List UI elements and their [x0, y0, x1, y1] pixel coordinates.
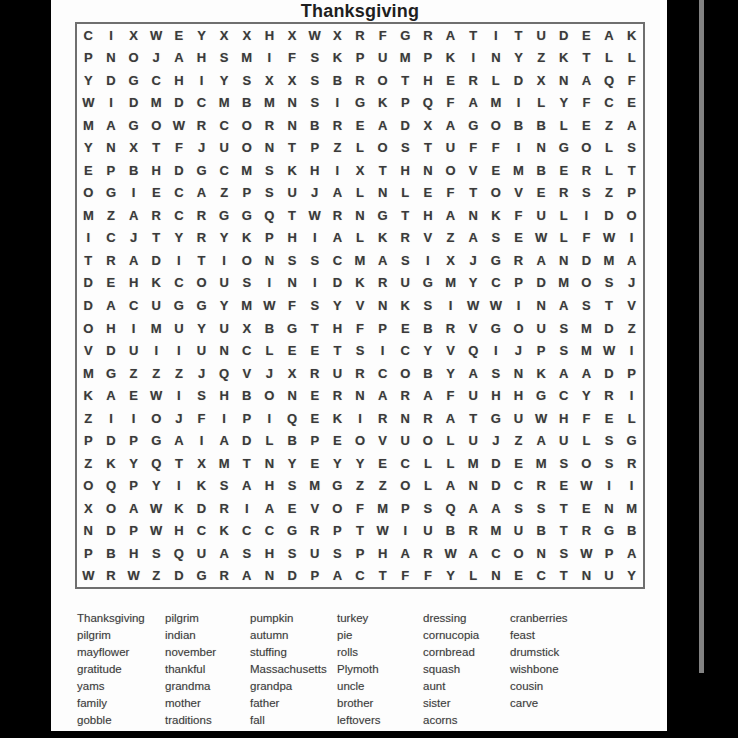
grid-cell-r1c1[interactable]: C: [77, 24, 100, 47]
grid-cell-r11c12[interactable]: C: [326, 249, 349, 272]
grid-cell-r15c21[interactable]: P: [530, 339, 553, 362]
grid-cell-r12c20[interactable]: P: [507, 272, 530, 295]
grid-cell-r25c12[interactable]: A: [326, 564, 349, 587]
grid-cell-r23c11[interactable]: R: [303, 519, 326, 542]
grid-cell-r6c22[interactable]: G: [552, 137, 575, 160]
grid-cell-r25c10[interactable]: D: [281, 564, 304, 587]
grid-cell-r13c12[interactable]: Y: [326, 294, 349, 317]
grid-cell-r21c19[interactable]: D: [485, 474, 508, 497]
grid-cell-r12c1[interactable]: D: [77, 272, 100, 295]
grid-cell-r13c25[interactable]: V: [620, 294, 643, 317]
grid-cell-r8c25[interactable]: P: [620, 182, 643, 205]
grid-cell-r7c24[interactable]: L: [598, 159, 621, 182]
grid-cell-r11c9[interactable]: N: [258, 249, 281, 272]
grid-cell-r25c11[interactable]: P: [303, 564, 326, 587]
grid-cell-r21c10[interactable]: S: [281, 474, 304, 497]
grid-cell-r25c24[interactable]: U: [598, 564, 621, 587]
grid-cell-r3c4[interactable]: C: [145, 69, 168, 92]
grid-cell-r22c1[interactable]: X: [77, 497, 100, 520]
grid-cell-r3c12[interactable]: B: [326, 69, 349, 92]
grid-cell-r18c11[interactable]: E: [303, 407, 326, 430]
grid-cell-r20c17[interactable]: L: [439, 452, 462, 475]
grid-cell-r21c18[interactable]: N: [462, 474, 485, 497]
grid-cell-r7c17[interactable]: O: [439, 159, 462, 182]
grid-cell-r11c24[interactable]: M: [598, 249, 621, 272]
grid-cell-r16c4[interactable]: Z: [145, 362, 168, 385]
grid-cell-r5c2[interactable]: A: [100, 114, 123, 137]
grid-cell-r2c7[interactable]: S: [213, 47, 236, 70]
grid-cell-r18c9[interactable]: I: [258, 407, 281, 430]
grid-cell-r19c25[interactable]: G: [620, 429, 643, 452]
grid-cell-r1c24[interactable]: A: [598, 24, 621, 47]
grid-cell-r4c15[interactable]: P: [394, 92, 417, 115]
grid-cell-r24c13[interactable]: P: [349, 542, 372, 565]
grid-cell-r19c18[interactable]: U: [462, 429, 485, 452]
grid-cell-r4c22[interactable]: Y: [552, 92, 575, 115]
grid-cell-r13c13[interactable]: V: [349, 294, 372, 317]
grid-cell-r1c23[interactable]: E: [575, 24, 598, 47]
grid-cell-r6c14[interactable]: O: [371, 137, 394, 160]
grid-cell-r14c23[interactable]: M: [575, 317, 598, 340]
grid-cell-r4c23[interactable]: F: [575, 92, 598, 115]
grid-cell-r23c25[interactable]: B: [620, 519, 643, 542]
grid-cell-r3c20[interactable]: D: [507, 69, 530, 92]
grid-cell-r11c21[interactable]: A: [530, 249, 553, 272]
grid-cell-r15c15[interactable]: C: [394, 339, 417, 362]
grid-cell-r16c10[interactable]: X: [281, 362, 304, 385]
grid-cell-r15c19[interactable]: I: [485, 339, 508, 362]
grid-cell-r19c5[interactable]: A: [168, 429, 191, 452]
grid-cell-r20c7[interactable]: M: [213, 452, 236, 475]
grid-cell-r2c1[interactable]: P: [77, 47, 100, 70]
grid-cell-r17c2[interactable]: A: [100, 384, 123, 407]
grid-cell-r4c11[interactable]: S: [303, 92, 326, 115]
grid-cell-r19c4[interactable]: G: [145, 429, 168, 452]
grid-cell-r10c2[interactable]: C: [100, 227, 123, 250]
grid-cell-r2c14[interactable]: U: [371, 47, 394, 70]
grid-cell-r17c24[interactable]: R: [598, 384, 621, 407]
grid-cell-r24c17[interactable]: W: [439, 542, 462, 565]
grid-cell-r1c5[interactable]: E: [168, 24, 191, 47]
grid-cell-r7c9[interactable]: S: [258, 159, 281, 182]
grid-cell-r9c7[interactable]: G: [213, 204, 236, 227]
grid-cell-r23c12[interactable]: P: [326, 519, 349, 542]
grid-cell-r6c4[interactable]: T: [145, 137, 168, 160]
grid-cell-r19c9[interactable]: L: [258, 429, 281, 452]
grid-cell-r22c16[interactable]: S: [417, 497, 440, 520]
grid-cell-r23c15[interactable]: I: [394, 519, 417, 542]
grid-cell-r15c4[interactable]: I: [145, 339, 168, 362]
grid-cell-r17c8[interactable]: B: [235, 384, 258, 407]
grid-cell-r21c5[interactable]: I: [168, 474, 191, 497]
grid-cell-r21c25[interactable]: I: [620, 474, 643, 497]
grid-cell-r17c20[interactable]: H: [507, 384, 530, 407]
grid-cell-r24c23[interactable]: W: [575, 542, 598, 565]
grid-cell-r11c22[interactable]: N: [552, 249, 575, 272]
grid-cell-r23c22[interactable]: T: [552, 519, 575, 542]
grid-cell-r18c4[interactable]: O: [145, 407, 168, 430]
grid-cell-r18c7[interactable]: I: [213, 407, 236, 430]
grid-cell-r3c25[interactable]: F: [620, 69, 643, 92]
grid-cell-r1c13[interactable]: R: [349, 24, 372, 47]
grid-cell-r16c20[interactable]: N: [507, 362, 530, 385]
grid-cell-r24c3[interactable]: H: [122, 542, 145, 565]
grid-cell-r15c7[interactable]: N: [213, 339, 236, 362]
grid-cell-r21c21[interactable]: R: [530, 474, 553, 497]
grid-cell-r25c9[interactable]: N: [258, 564, 281, 587]
grid-cell-r10c1[interactable]: I: [77, 227, 100, 250]
grid-cell-r6c25[interactable]: S: [620, 137, 643, 160]
grid-cell-r1c12[interactable]: X: [326, 24, 349, 47]
grid-cell-r11c3[interactable]: A: [122, 249, 145, 272]
grid-cell-r12c8[interactable]: S: [235, 272, 258, 295]
grid-cell-r18c15[interactable]: N: [394, 407, 417, 430]
grid-cell-r10c18[interactable]: A: [462, 227, 485, 250]
grid-cell-r4c25[interactable]: E: [620, 92, 643, 115]
grid-cell-r19c2[interactable]: D: [100, 429, 123, 452]
grid-cell-r16c2[interactable]: G: [100, 362, 123, 385]
grid-cell-r7c19[interactable]: E: [485, 159, 508, 182]
grid-cell-r22c7[interactable]: R: [213, 497, 236, 520]
grid-cell-r13c3[interactable]: C: [122, 294, 145, 317]
grid-cell-r10c25[interactable]: I: [620, 227, 643, 250]
grid-cell-r13c21[interactable]: N: [530, 294, 553, 317]
grid-cell-r4c6[interactable]: C: [190, 92, 213, 115]
grid-cell-r22c10[interactable]: E: [281, 497, 304, 520]
grid-cell-r9c19[interactable]: K: [485, 204, 508, 227]
scrollbar-thumb[interactable]: [699, 0, 704, 673]
grid-cell-r3c10[interactable]: X: [281, 69, 304, 92]
grid-cell-r5c10[interactable]: N: [281, 114, 304, 137]
grid-cell-r23c21[interactable]: B: [530, 519, 553, 542]
grid-cell-r3c1[interactable]: Y: [77, 69, 100, 92]
grid-cell-r9c21[interactable]: U: [530, 204, 553, 227]
grid-cell-r11c2[interactable]: R: [100, 249, 123, 272]
grid-cell-r21c24[interactable]: I: [598, 474, 621, 497]
grid-cell-r20c24[interactable]: S: [598, 452, 621, 475]
grid-cell-r25c17[interactable]: Y: [439, 564, 462, 587]
grid-cell-r10c5[interactable]: Y: [168, 227, 191, 250]
grid-cell-r7c18[interactable]: V: [462, 159, 485, 182]
grid-cell-r25c15[interactable]: F: [394, 564, 417, 587]
grid-cell-r1c8[interactable]: X: [235, 24, 258, 47]
grid-cell-r13c24[interactable]: T: [598, 294, 621, 317]
grid-cell-r24c16[interactable]: R: [417, 542, 440, 565]
grid-cell-r3c18[interactable]: R: [462, 69, 485, 92]
grid-cell-r18c13[interactable]: I: [349, 407, 372, 430]
grid-cell-r6c10[interactable]: T: [281, 137, 304, 160]
grid-cell-r19c13[interactable]: O: [349, 429, 372, 452]
grid-cell-r15c8[interactable]: C: [235, 339, 258, 362]
grid-cell-r22c17[interactable]: Q: [439, 497, 462, 520]
grid-cell-r15c5[interactable]: I: [168, 339, 191, 362]
grid-cell-r12c7[interactable]: U: [213, 272, 236, 295]
grid-cell-r17c18[interactable]: U: [462, 384, 485, 407]
grid-cell-r25c7[interactable]: R: [213, 564, 236, 587]
grid-cell-r11c16[interactable]: I: [417, 249, 440, 272]
grid-cell-r1c3[interactable]: X: [122, 24, 145, 47]
grid-cell-r18c3[interactable]: I: [122, 407, 145, 430]
grid-cell-r8c8[interactable]: P: [235, 182, 258, 205]
grid-cell-r18c22[interactable]: H: [552, 407, 575, 430]
grid-cell-r18c14[interactable]: R: [371, 407, 394, 430]
grid-cell-r15c2[interactable]: D: [100, 339, 123, 362]
grid-cell-r10c23[interactable]: F: [575, 227, 598, 250]
grid-cell-r7c23[interactable]: R: [575, 159, 598, 182]
grid-cell-r7c7[interactable]: C: [213, 159, 236, 182]
grid-cell-r15c11[interactable]: E: [303, 339, 326, 362]
grid-cell-r6c5[interactable]: F: [168, 137, 191, 160]
grid-cell-r8c5[interactable]: C: [168, 182, 191, 205]
grid-cell-r14c5[interactable]: U: [168, 317, 191, 340]
grid-cell-r11c5[interactable]: I: [168, 249, 191, 272]
grid-cell-r11c7[interactable]: I: [213, 249, 236, 272]
grid-cell-r24c5[interactable]: Q: [168, 542, 191, 565]
grid-cell-r1c22[interactable]: D: [552, 24, 575, 47]
grid-cell-r7c20[interactable]: M: [507, 159, 530, 182]
grid-cell-r12c17[interactable]: M: [439, 272, 462, 295]
grid-cell-r17c3[interactable]: E: [122, 384, 145, 407]
grid-cell-r12c25[interactable]: J: [620, 272, 643, 295]
grid-cell-r9c12[interactable]: R: [326, 204, 349, 227]
grid-cell-r18c21[interactable]: W: [530, 407, 553, 430]
grid-cell-r6c12[interactable]: Z: [326, 137, 349, 160]
grid-cell-r18c24[interactable]: E: [598, 407, 621, 430]
grid-cell-r2c3[interactable]: O: [122, 47, 145, 70]
grid-cell-r17c6[interactable]: S: [190, 384, 213, 407]
grid-cell-r20c14[interactable]: E: [371, 452, 394, 475]
grid-cell-r3c2[interactable]: D: [100, 69, 123, 92]
grid-cell-r17c14[interactable]: A: [371, 384, 394, 407]
grid-cell-r9c4[interactable]: R: [145, 204, 168, 227]
grid-cell-r15c13[interactable]: S: [349, 339, 372, 362]
grid-cell-r2c11[interactable]: S: [303, 47, 326, 70]
grid-cell-r23c17[interactable]: B: [439, 519, 462, 542]
grid-cell-r24c15[interactable]: A: [394, 542, 417, 565]
grid-cell-r18c20[interactable]: U: [507, 407, 530, 430]
grid-cell-r11c14[interactable]: A: [371, 249, 394, 272]
grid-cell-r23c7[interactable]: K: [213, 519, 236, 542]
grid-cell-r25c16[interactable]: F: [417, 564, 440, 587]
grid-cell-r24c21[interactable]: N: [530, 542, 553, 565]
grid-cell-r13c17[interactable]: I: [439, 294, 462, 317]
grid-cell-r19c15[interactable]: U: [394, 429, 417, 452]
grid-cell-r8c19[interactable]: O: [485, 182, 508, 205]
grid-cell-r25c25[interactable]: Y: [620, 564, 643, 587]
grid-cell-r2c9[interactable]: I: [258, 47, 281, 70]
grid-cell-r13c2[interactable]: A: [100, 294, 123, 317]
grid-cell-r10c16[interactable]: V: [417, 227, 440, 250]
grid-cell-r19c16[interactable]: O: [417, 429, 440, 452]
grid-cell-r22c24[interactable]: N: [598, 497, 621, 520]
grid-cell-r1c18[interactable]: T: [462, 24, 485, 47]
grid-cell-r18c17[interactable]: A: [439, 407, 462, 430]
grid-cell-r18c18[interactable]: T: [462, 407, 485, 430]
grid-cell-r19c12[interactable]: E: [326, 429, 349, 452]
grid-cell-r21c22[interactable]: E: [552, 474, 575, 497]
grid-cell-r15c24[interactable]: W: [598, 339, 621, 362]
grid-cell-r19c14[interactable]: V: [371, 429, 394, 452]
grid-cell-r24c18[interactable]: A: [462, 542, 485, 565]
grid-cell-r3c9[interactable]: X: [258, 69, 281, 92]
grid-cell-r5c14[interactable]: A: [371, 114, 394, 137]
grid-cell-r19c10[interactable]: B: [281, 429, 304, 452]
grid-cell-r5c21[interactable]: B: [530, 114, 553, 137]
grid-cell-r11c4[interactable]: D: [145, 249, 168, 272]
grid-cell-r18c23[interactable]: F: [575, 407, 598, 430]
grid-cell-r14c16[interactable]: B: [417, 317, 440, 340]
grid-cell-r8c14[interactable]: N: [371, 182, 394, 205]
grid-cell-r10c24[interactable]: W: [598, 227, 621, 250]
grid-cell-r5c7[interactable]: C: [213, 114, 236, 137]
grid-cell-r1c6[interactable]: Y: [190, 24, 213, 47]
grid-cell-r20c6[interactable]: X: [190, 452, 213, 475]
grid-cell-r20c9[interactable]: N: [258, 452, 281, 475]
grid-cell-r6c7[interactable]: U: [213, 137, 236, 160]
grid-cell-r1c4[interactable]: W: [145, 24, 168, 47]
grid-cell-r10c17[interactable]: Z: [439, 227, 462, 250]
grid-cell-r10c9[interactable]: P: [258, 227, 281, 250]
grid-cell-r3c17[interactable]: E: [439, 69, 462, 92]
grid-cell-r19c20[interactable]: Z: [507, 429, 530, 452]
grid-cell-r15c10[interactable]: E: [281, 339, 304, 362]
grid-cell-r23c14[interactable]: W: [371, 519, 394, 542]
grid-cell-r14c22[interactable]: S: [552, 317, 575, 340]
grid-cell-r11c15[interactable]: S: [394, 249, 417, 272]
grid-cell-r24c14[interactable]: H: [371, 542, 394, 565]
grid-cell-r20c13[interactable]: Y: [349, 452, 372, 475]
grid-cell-r23c1[interactable]: N: [77, 519, 100, 542]
grid-cell-r14c20[interactable]: O: [507, 317, 530, 340]
grid-cell-r3c23[interactable]: A: [575, 69, 598, 92]
grid-cell-r7c22[interactable]: E: [552, 159, 575, 182]
grid-cell-r14c19[interactable]: G: [485, 317, 508, 340]
grid-cell-r16c11[interactable]: R: [303, 362, 326, 385]
grid-cell-r1c14[interactable]: F: [371, 24, 394, 47]
grid-cell-r5c13[interactable]: E: [349, 114, 372, 137]
grid-cell-r25c22[interactable]: T: [552, 564, 575, 587]
grid-cell-r2c5[interactable]: A: [168, 47, 191, 70]
grid-cell-r9c17[interactable]: A: [439, 204, 462, 227]
grid-cell-r16c16[interactable]: B: [417, 362, 440, 385]
grid-cell-r22c21[interactable]: S: [530, 497, 553, 520]
grid-cell-r15c22[interactable]: S: [552, 339, 575, 362]
grid-cell-r21c7[interactable]: S: [213, 474, 236, 497]
grid-cell-r12c4[interactable]: K: [145, 272, 168, 295]
grid-cell-r9c9[interactable]: Q: [258, 204, 281, 227]
grid-cell-r9c24[interactable]: D: [598, 204, 621, 227]
grid-cell-r2c19[interactable]: N: [485, 47, 508, 70]
grid-cell-r23c9[interactable]: C: [258, 519, 281, 542]
grid-cell-r24c1[interactable]: P: [77, 542, 100, 565]
grid-cell-r21c15[interactable]: O: [394, 474, 417, 497]
grid-cell-r21c11[interactable]: M: [303, 474, 326, 497]
grid-cell-r10c11[interactable]: I: [303, 227, 326, 250]
grid-cell-r14c18[interactable]: V: [462, 317, 485, 340]
grid-cell-r22c5[interactable]: K: [168, 497, 191, 520]
grid-cell-r8c1[interactable]: O: [77, 182, 100, 205]
grid-cell-r15c16[interactable]: Y: [417, 339, 440, 362]
grid-cell-r9c18[interactable]: N: [462, 204, 485, 227]
grid-cell-r1c19[interactable]: I: [485, 24, 508, 47]
grid-cell-r9c2[interactable]: Z: [100, 204, 123, 227]
grid-cell-r23c13[interactable]: T: [349, 519, 372, 542]
grid-cell-r25c8[interactable]: A: [235, 564, 258, 587]
grid-cell-r5c15[interactable]: D: [394, 114, 417, 137]
grid-cell-r2c13[interactable]: P: [349, 47, 372, 70]
grid-cell-r5c8[interactable]: O: [235, 114, 258, 137]
grid-cell-r9c23[interactable]: I: [575, 204, 598, 227]
grid-cell-r9c11[interactable]: W: [303, 204, 326, 227]
grid-cell-r6c15[interactable]: S: [394, 137, 417, 160]
grid-cell-r12c24[interactable]: S: [598, 272, 621, 295]
grid-cell-r8c4[interactable]: E: [145, 182, 168, 205]
grid-cell-r16c1[interactable]: M: [77, 362, 100, 385]
grid-cell-r24c8[interactable]: S: [235, 542, 258, 565]
grid-cell-r11c1[interactable]: T: [77, 249, 100, 272]
grid-cell-r3c13[interactable]: R: [349, 69, 372, 92]
grid-cell-r8c24[interactable]: Z: [598, 182, 621, 205]
grid-cell-r21c23[interactable]: W: [575, 474, 598, 497]
grid-cell-r24c4[interactable]: S: [145, 542, 168, 565]
grid-cell-r22c18[interactable]: A: [462, 497, 485, 520]
grid-cell-r25c3[interactable]: W: [122, 564, 145, 587]
grid-cell-r4c24[interactable]: C: [598, 92, 621, 115]
grid-cell-r13c4[interactable]: U: [145, 294, 168, 317]
grid-cell-r23c16[interactable]: U: [417, 519, 440, 542]
grid-cell-r11c18[interactable]: J: [462, 249, 485, 272]
grid-cell-r15c23[interactable]: M: [575, 339, 598, 362]
grid-cell-r23c4[interactable]: W: [145, 519, 168, 542]
grid-cell-r10c8[interactable]: K: [235, 227, 258, 250]
grid-cell-r13c6[interactable]: G: [190, 294, 213, 317]
grid-cell-r12c12[interactable]: D: [326, 272, 349, 295]
grid-cell-r7c14[interactable]: T: [371, 159, 394, 182]
grid-cell-r13c23[interactable]: S: [575, 294, 598, 317]
grid-cell-r2c18[interactable]: I: [462, 47, 485, 70]
grid-cell-r17c5[interactable]: I: [168, 384, 191, 407]
grid-cell-r16c23[interactable]: A: [575, 362, 598, 385]
grid-cell-r22c6[interactable]: D: [190, 497, 213, 520]
grid-cell-r14c2[interactable]: H: [100, 317, 123, 340]
grid-cell-r25c1[interactable]: W: [77, 564, 100, 587]
grid-cell-r1c10[interactable]: X: [281, 24, 304, 47]
grid-cell-r9c14[interactable]: G: [371, 204, 394, 227]
grid-cell-r9c1[interactable]: M: [77, 204, 100, 227]
grid-cell-r8c15[interactable]: L: [394, 182, 417, 205]
grid-cell-r7c25[interactable]: T: [620, 159, 643, 182]
grid-cell-r1c2[interactable]: I: [100, 24, 123, 47]
grid-cell-r7c8[interactable]: M: [235, 159, 258, 182]
grid-cell-r20c2[interactable]: K: [100, 452, 123, 475]
grid-cell-r20c5[interactable]: T: [168, 452, 191, 475]
grid-cell-r16c3[interactable]: Z: [122, 362, 145, 385]
grid-cell-r18c19[interactable]: G: [485, 407, 508, 430]
grid-cell-r25c6[interactable]: G: [190, 564, 213, 587]
grid-cell-r8c18[interactable]: T: [462, 182, 485, 205]
grid-cell-r21c9[interactable]: H: [258, 474, 281, 497]
grid-cell-r9c3[interactable]: A: [122, 204, 145, 227]
grid-cell-r7c6[interactable]: G: [190, 159, 213, 182]
grid-cell-r14c15[interactable]: E: [394, 317, 417, 340]
grid-cell-r5c9[interactable]: R: [258, 114, 281, 137]
grid-cell-r7c11[interactable]: H: [303, 159, 326, 182]
grid-cell-r10c12[interactable]: A: [326, 227, 349, 250]
grid-cell-r14c17[interactable]: R: [439, 317, 462, 340]
grid-cell-r15c17[interactable]: V: [439, 339, 462, 362]
grid-cell-r3c16[interactable]: H: [417, 69, 440, 92]
grid-cell-r5c4[interactable]: O: [145, 114, 168, 137]
